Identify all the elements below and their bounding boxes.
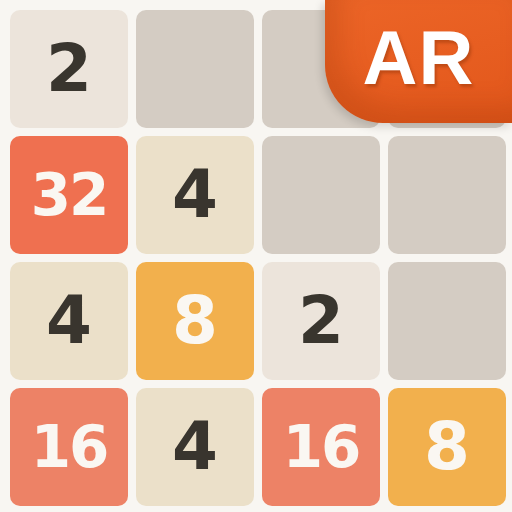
tile-8: 8 <box>136 262 254 380</box>
tile-16: 16 <box>10 388 128 506</box>
tile-4: 4 <box>136 388 254 506</box>
tile-8: 8 <box>388 388 506 506</box>
empty-cell <box>262 136 380 254</box>
tile-2: 2 <box>10 10 128 128</box>
empty-cell <box>136 10 254 128</box>
tile-4: 4 <box>10 262 128 380</box>
tile-32: 32 <box>10 136 128 254</box>
tile-4: 4 <box>136 136 254 254</box>
empty-cell <box>388 136 506 254</box>
ar-badge: AR <box>325 0 512 123</box>
ar-badge-label: AR <box>363 14 475 101</box>
empty-cell <box>388 262 506 380</box>
tile-2: 2 <box>262 262 380 380</box>
app-screen: 2324482164168 AR <box>0 0 512 512</box>
tile-16: 16 <box>262 388 380 506</box>
